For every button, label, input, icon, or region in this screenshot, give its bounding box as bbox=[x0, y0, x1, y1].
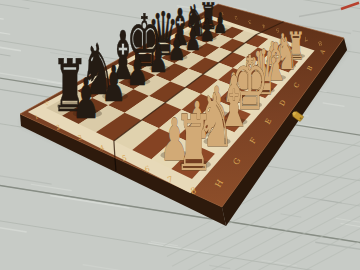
chess-set-photo: 1122334455667788HHGGFFEEDDCCBBAA♜♟♞♟♝♟♟♛… bbox=[0, 0, 360, 270]
piece-black-pawn-f2: ♟ bbox=[126, 45, 148, 96]
piece-black-pawn-h2: ♟ bbox=[72, 66, 100, 131]
piece-white-rook-h8: ♜ bbox=[175, 98, 214, 188]
piece-black-pawn-d2: ♟ bbox=[167, 27, 185, 69]
piece-black-pawn-g2: ♟ bbox=[101, 55, 126, 112]
piece-black-pawn-a2: ♟ bbox=[213, 7, 227, 39]
piece-black-pawn-b2: ♟ bbox=[200, 12, 215, 48]
photo-canvas: 1122334455667788HHGGFFEEDDCCBBAA♜♟♞♟♝♟♟♛… bbox=[0, 0, 360, 270]
piece-black-pawn-c2: ♟ bbox=[184, 19, 201, 57]
piece-black-pawn-e2: ♟ bbox=[148, 35, 168, 82]
